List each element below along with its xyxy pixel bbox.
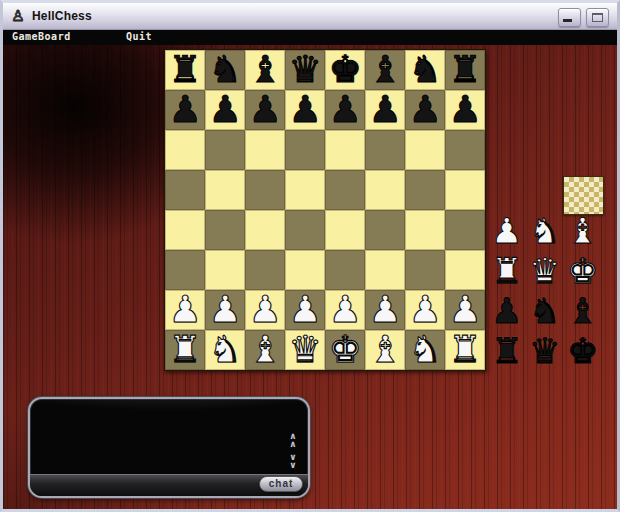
palette-white-king[interactable]: ♚ <box>567 251 605 291</box>
square-c8[interactable]: ♝ <box>245 50 285 90</box>
pawn-icon: ♙ <box>9 7 27 25</box>
square-c2[interactable]: ♟ <box>245 290 285 330</box>
square-d5[interactable] <box>285 170 325 210</box>
white-queen-piece[interactable]: ♛ <box>288 330 321 370</box>
square-c1[interactable]: ♝ <box>245 330 285 370</box>
square-e2[interactable]: ♟ <box>325 290 365 330</box>
square-b3[interactable] <box>205 250 245 290</box>
palette-black-knight[interactable]: ♞ <box>529 291 567 331</box>
square-c5[interactable] <box>245 170 285 210</box>
square-a5[interactable] <box>165 170 205 210</box>
black-pawn-piece[interactable]: ♟ <box>248 90 281 130</box>
square-a3[interactable] <box>165 250 205 290</box>
white-pawn-piece[interactable]: ♟ <box>408 290 441 330</box>
black-piece-palette: ♟♞♝♜♛♚ <box>491 291 605 371</box>
white-rook-piece[interactable]: ♜ <box>168 330 201 370</box>
square-h2[interactable]: ♟ <box>445 290 485 330</box>
white-pawn-piece[interactable]: ♟ <box>368 290 401 330</box>
square-f4[interactable] <box>365 210 405 250</box>
black-pawn-piece[interactable]: ♟ <box>288 90 321 130</box>
square-e3[interactable] <box>325 250 365 290</box>
scroll-down-icon[interactable]: ∨ <box>287 461 299 469</box>
window-title: HellChess <box>32 9 92 23</box>
square-b4[interactable] <box>205 210 245 250</box>
palette-black-bishop[interactable]: ♝ <box>567 291 605 331</box>
black-knight-piece[interactable]: ♞ <box>208 50 241 90</box>
black-pawn-piece[interactable]: ♟ <box>208 90 241 130</box>
square-h3[interactable] <box>445 250 485 290</box>
black-rook-piece[interactable]: ♜ <box>448 50 481 90</box>
black-queen-piece[interactable]: ♛ <box>288 50 321 90</box>
square-e8[interactable]: ♚ <box>325 50 365 90</box>
chess-board: ♜♞♝♛♚♝♞♜♟♟♟♟♟♟♟♟♟♟♟♟♟♟♟♟♜♞♝♛♚♝♞♜ <box>164 49 486 371</box>
square-b1[interactable]: ♞ <box>205 330 245 370</box>
palette-white-queen[interactable]: ♛ <box>529 251 567 291</box>
square-g3[interactable] <box>405 250 445 290</box>
black-pawn-piece[interactable]: ♟ <box>408 90 441 130</box>
square-b8[interactable]: ♞ <box>205 50 245 90</box>
square-d4[interactable] <box>285 210 325 250</box>
square-b6[interactable] <box>205 130 245 170</box>
white-knight-piece[interactable]: ♞ <box>208 330 241 370</box>
palette-white-bishop[interactable]: ♝ <box>567 211 605 251</box>
square-g7[interactable]: ♟ <box>405 90 445 130</box>
white-knight-piece[interactable]: ♞ <box>408 330 441 370</box>
square-a8[interactable]: ♜ <box>165 50 205 90</box>
square-d2[interactable]: ♟ <box>285 290 325 330</box>
square-c6[interactable] <box>245 130 285 170</box>
white-knight-piece[interactable]: ♞ <box>529 211 560 251</box>
square-e6[interactable] <box>325 130 365 170</box>
scroll-up-icon[interactable]: ∧ <box>287 440 299 448</box>
square-f7[interactable]: ♟ <box>365 90 405 130</box>
black-queen-piece[interactable]: ♛ <box>529 331 560 371</box>
square-c3[interactable] <box>245 250 285 290</box>
palette-black-queen[interactable]: ♛ <box>529 331 567 371</box>
square-a7[interactable]: ♟ <box>165 90 205 130</box>
maximize-icon <box>592 13 603 22</box>
square-e1[interactable]: ♚ <box>325 330 365 370</box>
square-f6[interactable] <box>365 130 405 170</box>
palette-white-knight[interactable]: ♞ <box>529 211 567 251</box>
white-rook-piece[interactable]: ♜ <box>448 330 481 370</box>
square-a6[interactable] <box>165 130 205 170</box>
minimize-icon <box>563 19 572 22</box>
square-f8[interactable]: ♝ <box>365 50 405 90</box>
square-a1[interactable]: ♜ <box>165 330 205 370</box>
white-pawn-piece[interactable]: ♟ <box>328 290 361 330</box>
square-d1[interactable]: ♛ <box>285 330 325 370</box>
palette-white-pawn[interactable]: ♟ <box>491 211 529 251</box>
square-f5[interactable] <box>365 170 405 210</box>
palette-black-king[interactable]: ♚ <box>567 331 605 371</box>
black-knight-piece[interactable]: ♞ <box>529 291 560 331</box>
square-f1[interactable]: ♝ <box>365 330 405 370</box>
square-c7[interactable]: ♟ <box>245 90 285 130</box>
white-king-piece[interactable]: ♚ <box>567 251 598 291</box>
palette-black-pawn[interactable]: ♟ <box>491 291 529 331</box>
square-d6[interactable] <box>285 130 325 170</box>
menu-bar: GameBoard Quit <box>3 30 617 45</box>
app-window: ♙ HellChess GameBoard Quit ♜♞♝♛♚♝♞♜♟♟♟♟♟… <box>0 0 620 512</box>
white-bishop-piece[interactable]: ♝ <box>248 330 281 370</box>
square-e4[interactable] <box>325 210 365 250</box>
chat-scrollbar: ∧ ∧ ∨ ∨ <box>287 432 299 469</box>
black-king-piece[interactable]: ♚ <box>328 50 361 90</box>
title-bar: ♙ HellChess <box>3 3 617 30</box>
square-g8[interactable]: ♞ <box>405 50 445 90</box>
square-h6[interactable] <box>445 130 485 170</box>
black-king-piece[interactable]: ♚ <box>567 331 598 371</box>
square-g1[interactable]: ♞ <box>405 330 445 370</box>
square-b7[interactable]: ♟ <box>205 90 245 130</box>
chat-input-strip: chat <box>30 474 308 496</box>
chat-panel: ∧ ∧ ∨ ∨ chat <box>28 397 310 498</box>
minimize-button[interactable] <box>558 8 581 27</box>
palette-white-rook[interactable]: ♜ <box>491 251 529 291</box>
black-knight-piece[interactable]: ♞ <box>408 50 441 90</box>
square-e7[interactable]: ♟ <box>325 90 365 130</box>
mini-chessboard-icon[interactable] <box>563 176 604 215</box>
square-h1[interactable]: ♜ <box>445 330 485 370</box>
white-rook-piece[interactable]: ♜ <box>491 251 522 291</box>
square-h4[interactable] <box>445 210 485 250</box>
white-queen-piece[interactable]: ♛ <box>529 251 560 291</box>
chat-button[interactable]: chat <box>259 476 303 492</box>
square-h5[interactable] <box>445 170 485 210</box>
black-pawn-piece[interactable]: ♟ <box>491 291 522 331</box>
square-a2[interactable]: ♟ <box>165 290 205 330</box>
black-bishop-piece[interactable]: ♝ <box>567 291 598 331</box>
menu-item-gameboard[interactable]: GameBoard <box>12 31 71 42</box>
square-e5[interactable] <box>325 170 365 210</box>
menu-item-quit[interactable]: Quit <box>126 31 152 42</box>
square-f2[interactable]: ♟ <box>365 290 405 330</box>
palette-black-rook[interactable]: ♜ <box>491 331 529 371</box>
white-piece-palette: ♟♞♝♜♛♚ <box>491 211 605 291</box>
square-d8[interactable]: ♛ <box>285 50 325 90</box>
white-pawn-piece[interactable]: ♟ <box>491 211 522 251</box>
square-h7[interactable]: ♟ <box>445 90 485 130</box>
white-pawn-piece[interactable]: ♟ <box>248 290 281 330</box>
black-pawn-piece[interactable]: ♟ <box>328 90 361 130</box>
maximize-button[interactable] <box>586 8 609 27</box>
square-g6[interactable] <box>405 130 445 170</box>
square-g4[interactable] <box>405 210 445 250</box>
black-rook-piece[interactable]: ♜ <box>491 331 522 371</box>
black-bishop-piece[interactable]: ♝ <box>248 50 281 90</box>
black-pawn-piece[interactable]: ♟ <box>368 90 401 130</box>
square-g2[interactable]: ♟ <box>405 290 445 330</box>
square-g5[interactable] <box>405 170 445 210</box>
white-pawn-piece[interactable]: ♟ <box>168 290 201 330</box>
square-a4[interactable] <box>165 210 205 250</box>
black-bishop-piece[interactable]: ♝ <box>368 50 401 90</box>
white-pawn-piece[interactable]: ♟ <box>448 290 481 330</box>
square-d3[interactable] <box>285 250 325 290</box>
white-pawn-piece[interactable]: ♟ <box>208 290 241 330</box>
black-rook-piece[interactable]: ♜ <box>168 50 201 90</box>
white-pawn-piece[interactable]: ♟ <box>288 290 321 330</box>
square-h8[interactable]: ♜ <box>445 50 485 90</box>
white-bishop-piece[interactable]: ♝ <box>567 211 598 251</box>
black-pawn-piece[interactable]: ♟ <box>448 90 481 130</box>
square-b2[interactable]: ♟ <box>205 290 245 330</box>
white-bishop-piece[interactable]: ♝ <box>368 330 401 370</box>
square-c4[interactable] <box>245 210 285 250</box>
white-king-piece[interactable]: ♚ <box>328 330 361 370</box>
black-pawn-piece[interactable]: ♟ <box>168 90 201 130</box>
square-d7[interactable]: ♟ <box>285 90 325 130</box>
chat-log[interactable] <box>40 407 284 468</box>
square-f3[interactable] <box>365 250 405 290</box>
square-b5[interactable] <box>205 170 245 210</box>
